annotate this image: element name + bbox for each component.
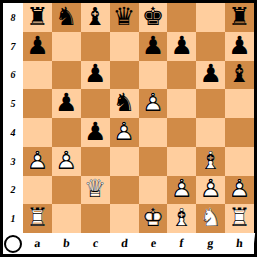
square-d4[interactable]: ♟♙ xyxy=(110,118,139,147)
white-queen: ♛♕ xyxy=(81,176,110,205)
white-pawn: ♟♙ xyxy=(110,118,139,147)
square-c5[interactable] xyxy=(81,89,110,118)
square-g6[interactable]: ♟ xyxy=(196,61,225,90)
white-knight: ♞♘ xyxy=(196,204,225,233)
square-d8[interactable]: ♛ xyxy=(110,3,139,32)
black-queen: ♛ xyxy=(110,3,139,32)
black-rook: ♜ xyxy=(23,3,52,32)
square-f7[interactable]: ♟ xyxy=(167,32,196,61)
white-bishop: ♝♗ xyxy=(167,204,196,233)
square-c2[interactable]: ♛♕ xyxy=(81,176,110,205)
square-g4[interactable] xyxy=(196,118,225,147)
square-f8[interactable] xyxy=(167,3,196,32)
square-f5[interactable] xyxy=(167,89,196,118)
file-label-a: a xyxy=(22,233,53,254)
square-d3[interactable] xyxy=(110,147,139,176)
square-h6[interactable]: ♝ xyxy=(225,61,254,90)
square-e8[interactable]: ♚ xyxy=(139,3,168,32)
rank-label-5: 5 xyxy=(3,89,23,118)
black-pawn: ♟ xyxy=(167,32,196,61)
square-c7[interactable] xyxy=(81,32,110,61)
square-a3[interactable]: ♟♙ xyxy=(23,147,52,176)
square-a5[interactable] xyxy=(23,89,52,118)
square-c3[interactable] xyxy=(81,147,110,176)
square-b4[interactable] xyxy=(52,118,81,147)
square-a4[interactable] xyxy=(23,118,52,147)
black-bishop: ♝ xyxy=(81,3,110,32)
square-f3[interactable] xyxy=(167,147,196,176)
black-pawn: ♟ xyxy=(81,118,110,147)
file-label-h: h xyxy=(224,233,255,254)
square-g2[interactable]: ♟♙ xyxy=(196,176,225,205)
black-bishop: ♝ xyxy=(225,61,254,90)
file-label-e: e xyxy=(137,233,168,254)
square-e7[interactable]: ♟ xyxy=(139,32,168,61)
white-bishop: ♝♗ xyxy=(196,147,225,176)
square-g5[interactable] xyxy=(196,89,225,118)
square-e3[interactable] xyxy=(139,147,168,176)
square-c1[interactable] xyxy=(81,204,110,233)
square-g8[interactable] xyxy=(196,3,225,32)
rank-label-3: 3 xyxy=(3,147,23,176)
file-label-b: b xyxy=(51,233,82,254)
white-pawn: ♟♙ xyxy=(167,176,196,205)
square-e1[interactable]: ♚♔ xyxy=(139,204,168,233)
square-f1[interactable]: ♝♗ xyxy=(167,204,196,233)
square-d2[interactable] xyxy=(110,176,139,205)
file-label-c: c xyxy=(80,233,111,254)
square-h2[interactable]: ♟♙ xyxy=(225,176,254,205)
file-label-g: g xyxy=(195,233,226,254)
black-knight: ♞ xyxy=(52,3,81,32)
black-pawn: ♟ xyxy=(196,61,225,90)
square-g7[interactable] xyxy=(196,32,225,61)
square-h4[interactable] xyxy=(225,118,254,147)
black-rook: ♜ xyxy=(225,3,254,32)
black-pawn: ♟ xyxy=(52,89,81,118)
square-e5[interactable]: ♟♙ xyxy=(139,89,168,118)
square-f2[interactable]: ♟♙ xyxy=(167,176,196,205)
white-pawn: ♟♙ xyxy=(23,147,52,176)
square-a2[interactable] xyxy=(23,176,52,205)
square-f4[interactable] xyxy=(167,118,196,147)
square-f6[interactable] xyxy=(167,61,196,90)
black-king: ♚ xyxy=(139,3,168,32)
white-king: ♚♔ xyxy=(139,204,168,233)
chess-diagram-frame: 8♜♞♝♛♚♜7♟♟♟♟6♟♟♝5♟♞♟♙4♟♟♙3♟♙♟♙♝♗2♛♕♟♙♟♙♟… xyxy=(0,0,257,257)
square-a7[interactable]: ♟ xyxy=(23,32,52,61)
square-c8[interactable]: ♝ xyxy=(81,3,110,32)
square-g3[interactable]: ♝♗ xyxy=(196,147,225,176)
square-c6[interactable]: ♟ xyxy=(81,61,110,90)
square-a1[interactable]: ♜♖ xyxy=(23,204,52,233)
square-h3[interactable] xyxy=(225,147,254,176)
black-pawn: ♟ xyxy=(81,61,110,90)
square-h5[interactable] xyxy=(225,89,254,118)
square-h1[interactable]: ♜♖ xyxy=(225,204,254,233)
square-b2[interactable] xyxy=(52,176,81,205)
square-b5[interactable]: ♟ xyxy=(52,89,81,118)
white-pawn: ♟♙ xyxy=(225,176,254,205)
square-d5[interactable]: ♞ xyxy=(110,89,139,118)
square-a6[interactable] xyxy=(23,61,52,90)
square-b7[interactable] xyxy=(52,32,81,61)
rank-label-1: 1 xyxy=(3,204,23,233)
white-rook: ♜♖ xyxy=(225,204,254,233)
square-e6[interactable] xyxy=(139,61,168,90)
square-b3[interactable]: ♟♙ xyxy=(52,147,81,176)
file-label-d: d xyxy=(109,233,140,254)
square-a8[interactable]: ♜ xyxy=(23,3,52,32)
square-e2[interactable] xyxy=(139,176,168,205)
square-b8[interactable]: ♞ xyxy=(52,3,81,32)
black-pawn: ♟ xyxy=(139,32,168,61)
rank-label-4: 4 xyxy=(3,118,23,147)
square-d7[interactable] xyxy=(110,32,139,61)
square-h7[interactable]: ♟ xyxy=(225,32,254,61)
square-g1[interactable]: ♞♘ xyxy=(196,204,225,233)
square-c4[interactable]: ♟ xyxy=(81,118,110,147)
black-pawn: ♟ xyxy=(225,32,254,61)
square-e4[interactable] xyxy=(139,118,168,147)
rank-label-2: 2 xyxy=(3,176,23,205)
move-indicator-cell xyxy=(3,233,23,254)
file-label-f: f xyxy=(166,233,197,254)
chess-board: 8♜♞♝♛♚♜7♟♟♟♟6♟♟♝5♟♞♟♙4♟♟♙3♟♙♟♙♝♗2♛♕♟♙♟♙♟… xyxy=(3,3,254,254)
white-pawn: ♟♙ xyxy=(52,147,81,176)
square-d1[interactable] xyxy=(110,204,139,233)
square-b6[interactable] xyxy=(52,61,81,90)
rank-label-8: 8 xyxy=(3,3,23,32)
square-h8[interactable]: ♜ xyxy=(225,3,254,32)
white-to-move-indicator xyxy=(4,235,22,253)
rank-label-6: 6 xyxy=(3,61,23,90)
white-pawn: ♟♙ xyxy=(196,176,225,205)
black-pawn: ♟ xyxy=(23,32,52,61)
black-knight: ♞ xyxy=(110,89,139,118)
rank-label-7: 7 xyxy=(3,32,23,61)
square-b1[interactable] xyxy=(52,204,81,233)
white-pawn: ♟♙ xyxy=(139,89,168,118)
white-rook: ♜♖ xyxy=(23,204,52,233)
square-d6[interactable] xyxy=(110,61,139,90)
